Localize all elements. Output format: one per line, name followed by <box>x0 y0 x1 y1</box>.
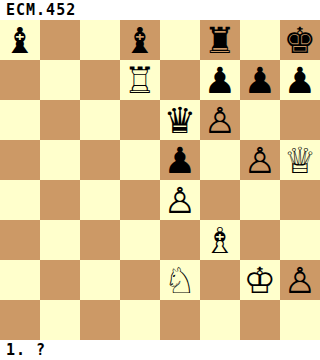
square-h1[interactable] <box>280 300 320 340</box>
square-d1[interactable] <box>120 300 160 340</box>
square-b6[interactable] <box>40 100 80 140</box>
white-pawn: ♙ <box>280 260 320 300</box>
square-c1[interactable] <box>80 300 120 340</box>
black-pawn: ♟ <box>200 60 240 100</box>
square-c7[interactable] <box>80 60 120 100</box>
black-pawn: ♟ <box>280 60 320 100</box>
black-pawn: ♟ <box>160 140 200 180</box>
white-king: ♔ <box>240 260 280 300</box>
square-f4[interactable] <box>200 180 240 220</box>
square-h8[interactable]: ♚ <box>280 20 320 60</box>
black-queen: ♛ <box>160 100 200 140</box>
square-d6[interactable] <box>120 100 160 140</box>
square-c3[interactable] <box>80 220 120 260</box>
square-d3[interactable] <box>120 220 160 260</box>
square-b5[interactable] <box>40 140 80 180</box>
square-d5[interactable] <box>120 140 160 180</box>
move-prompt: 1. ? <box>0 340 320 360</box>
square-d7[interactable]: ♖ <box>120 60 160 100</box>
black-rook: ♜ <box>200 20 240 60</box>
square-d2[interactable] <box>120 260 160 300</box>
square-a4[interactable] <box>0 180 40 220</box>
white-bishop: ♗ <box>200 220 240 260</box>
square-d8[interactable]: ♝ <box>120 20 160 60</box>
white-pawn: ♙ <box>200 100 240 140</box>
square-a1[interactable] <box>0 300 40 340</box>
square-e2[interactable]: ♘ <box>160 260 200 300</box>
square-e6[interactable]: ♛ <box>160 100 200 140</box>
square-a2[interactable] <box>0 260 40 300</box>
white-pawn: ♙ <box>240 140 280 180</box>
square-f8[interactable]: ♜ <box>200 20 240 60</box>
square-c6[interactable] <box>80 100 120 140</box>
chess-board: ♝♝♜♚♖♟♟♟♛♙♟♙♕♙♗♘♔♙ <box>0 20 320 340</box>
square-a3[interactable] <box>0 220 40 260</box>
chess-puzzle-page: ECM.452 ♝♝♜♚♖♟♟♟♛♙♟♙♕♙♗♘♔♙ 1. ? <box>0 0 320 360</box>
square-f1[interactable] <box>200 300 240 340</box>
square-g3[interactable] <box>240 220 280 260</box>
square-e4[interactable]: ♙ <box>160 180 200 220</box>
square-g4[interactable] <box>240 180 280 220</box>
square-h3[interactable] <box>280 220 320 260</box>
square-g1[interactable] <box>240 300 280 340</box>
square-c8[interactable] <box>80 20 120 60</box>
square-b3[interactable] <box>40 220 80 260</box>
white-rook: ♖ <box>120 60 160 100</box>
square-f5[interactable] <box>200 140 240 180</box>
black-king: ♚ <box>280 20 320 60</box>
square-b7[interactable] <box>40 60 80 100</box>
square-g6[interactable] <box>240 100 280 140</box>
puzzle-title: ECM.452 <box>0 0 320 20</box>
square-g8[interactable] <box>240 20 280 60</box>
square-g7[interactable]: ♟ <box>240 60 280 100</box>
square-d4[interactable] <box>120 180 160 220</box>
white-queen: ♕ <box>280 140 320 180</box>
square-a7[interactable] <box>0 60 40 100</box>
square-e3[interactable] <box>160 220 200 260</box>
black-pawn: ♟ <box>240 60 280 100</box>
square-g5[interactable]: ♙ <box>240 140 280 180</box>
square-f2[interactable] <box>200 260 240 300</box>
square-h7[interactable]: ♟ <box>280 60 320 100</box>
square-a6[interactable] <box>0 100 40 140</box>
square-e7[interactable] <box>160 60 200 100</box>
square-h4[interactable] <box>280 180 320 220</box>
square-f3[interactable]: ♗ <box>200 220 240 260</box>
square-f6[interactable]: ♙ <box>200 100 240 140</box>
square-b4[interactable] <box>40 180 80 220</box>
square-c2[interactable] <box>80 260 120 300</box>
square-c4[interactable] <box>80 180 120 220</box>
square-h6[interactable] <box>280 100 320 140</box>
black-bishop: ♝ <box>120 20 160 60</box>
square-c5[interactable] <box>80 140 120 180</box>
square-h5[interactable]: ♕ <box>280 140 320 180</box>
black-bishop: ♝ <box>0 20 40 60</box>
square-a5[interactable] <box>0 140 40 180</box>
white-knight: ♘ <box>160 260 200 300</box>
square-a8[interactable]: ♝ <box>0 20 40 60</box>
white-pawn: ♙ <box>160 180 200 220</box>
square-h2[interactable]: ♙ <box>280 260 320 300</box>
square-b1[interactable] <box>40 300 80 340</box>
square-e1[interactable] <box>160 300 200 340</box>
square-b2[interactable] <box>40 260 80 300</box>
square-b8[interactable] <box>40 20 80 60</box>
square-e8[interactable] <box>160 20 200 60</box>
square-g2[interactable]: ♔ <box>240 260 280 300</box>
square-f7[interactable]: ♟ <box>200 60 240 100</box>
square-e5[interactable]: ♟ <box>160 140 200 180</box>
